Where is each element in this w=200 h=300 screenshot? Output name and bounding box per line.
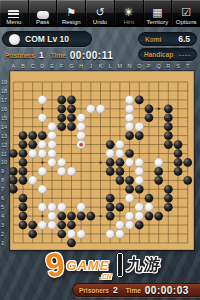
black-stone — [19, 140, 28, 149]
row-label-9: 9 — [1, 168, 4, 174]
black-stone — [164, 131, 173, 140]
black-stone — [135, 131, 144, 140]
black-stone — [125, 149, 134, 158]
black-stone — [86, 212, 95, 221]
hint-button[interactable]: ☀ Hint — [115, 0, 144, 26]
black-stone — [164, 113, 173, 122]
white-stone — [77, 230, 86, 239]
col-label-E: E — [50, 63, 54, 69]
white-stone — [145, 203, 154, 212]
black-stone — [19, 203, 28, 212]
black-stone — [57, 122, 66, 131]
row-label-12: 12 — [1, 142, 7, 148]
komi-pill: Komi 6.5 — [138, 32, 197, 46]
white-stone — [67, 230, 76, 239]
white-stone — [38, 149, 47, 158]
col-label-L: L — [109, 63, 112, 69]
white-stone — [77, 131, 86, 140]
black-stone — [28, 230, 37, 239]
white-stone — [125, 158, 134, 167]
top-player-name: COM Lv 10 — [25, 34, 69, 44]
options-button[interactable]: ☑ Options — [172, 0, 200, 26]
black-stone — [38, 131, 47, 140]
white-stone — [125, 104, 134, 113]
black-stone — [77, 212, 86, 221]
col-label-D: D — [40, 63, 44, 69]
black-stone — [164, 140, 173, 149]
top-time-value: 00:00:11 — [70, 50, 113, 61]
white-stone-icon — [9, 34, 20, 45]
white-stone — [106, 230, 115, 239]
watermark-brand: GAME — [66, 258, 109, 273]
menu-icon — [8, 10, 19, 19]
white-stone — [67, 167, 76, 176]
col-label-C: C — [31, 63, 35, 69]
black-stone — [19, 158, 28, 167]
white-stone — [135, 122, 144, 131]
bottom-prisoners-label: Prisoners — [79, 287, 109, 294]
row-label-16: 16 — [1, 106, 7, 112]
watermark-logo: 9 GAME .CN 九游 — [46, 245, 161, 285]
white-stone — [116, 140, 125, 149]
white-stone — [38, 167, 47, 176]
black-stone — [67, 113, 76, 122]
black-stone — [106, 158, 115, 167]
black-stone — [19, 212, 28, 221]
row-label-7: 7 — [1, 186, 4, 192]
black-stone — [154, 176, 163, 185]
white-stone — [77, 122, 86, 131]
white-stone — [48, 203, 57, 212]
bottom-time-label: Time — [126, 287, 141, 294]
col-label-N: N — [128, 63, 132, 69]
white-stone — [77, 203, 86, 212]
options-check-icon: ☑ — [181, 6, 191, 19]
white-stone — [38, 96, 47, 105]
black-stone — [67, 212, 76, 221]
territory-shapes-icon: ▦ — [152, 6, 162, 19]
black-stone — [116, 158, 125, 167]
resign-button[interactable]: ⚑ Resign — [57, 0, 86, 26]
lightbulb-icon: ☀ — [124, 6, 134, 19]
white-stone — [38, 203, 47, 212]
black-stone — [145, 113, 154, 122]
black-stone — [164, 185, 173, 194]
col-label-O: O — [137, 63, 141, 69]
white-stone — [116, 149, 125, 158]
top-time-label: Time — [51, 52, 66, 59]
undo-label: Undo — [93, 19, 107, 25]
handicap-label: Handicap — [144, 51, 173, 58]
white-stone — [125, 194, 134, 203]
white-stone — [96, 104, 105, 113]
pass-button[interactable]: Pass — [29, 0, 58, 26]
white-stone — [57, 158, 66, 167]
col-label-T: T — [186, 63, 189, 69]
white-stone — [135, 176, 144, 185]
white-stone — [48, 149, 57, 158]
black-stone — [57, 212, 66, 221]
row-label-13: 13 — [1, 133, 7, 139]
white-stone — [38, 185, 47, 194]
row-label-14: 14 — [1, 124, 7, 130]
white-stone — [28, 176, 37, 185]
col-label-A: A — [11, 63, 15, 69]
black-stone — [116, 167, 125, 176]
col-label-M: M — [118, 63, 123, 69]
white-stone — [48, 221, 57, 230]
col-label-H: H — [79, 63, 83, 69]
menu-button[interactable]: Menu — [0, 0, 29, 26]
black-stone — [19, 131, 28, 140]
col-label-K: K — [99, 63, 103, 69]
white-stone — [77, 113, 86, 122]
row-label-10: 10 — [1, 159, 7, 165]
bottom-time-value: 00:00:03 — [145, 285, 189, 296]
territory-button[interactable]: ▦ Territory — [144, 0, 173, 26]
black-stone — [135, 96, 144, 105]
black-stone — [106, 203, 115, 212]
white-stone — [86, 104, 95, 113]
black-stone — [174, 140, 183, 149]
white-stone — [48, 131, 57, 140]
black-stone — [116, 203, 125, 212]
white-stone — [125, 122, 134, 131]
col-label-F: F — [60, 63, 63, 69]
black-stone — [67, 122, 76, 131]
white-stone — [48, 140, 57, 149]
col-label-P: P — [147, 63, 151, 69]
white-stone — [57, 203, 66, 212]
black-stone — [28, 221, 37, 230]
black-stone — [174, 167, 183, 176]
black-stone — [57, 113, 66, 122]
go-app-screen: Menu Pass ⚑ Resign ↺ Undo ☀ Hint ▦ Terri… — [0, 0, 200, 300]
row-label-8: 8 — [1, 177, 4, 183]
row-label-2: 2 — [1, 231, 4, 237]
black-stone — [116, 176, 125, 185]
black-stone — [145, 212, 154, 221]
black-stone — [106, 167, 115, 176]
black-stone — [183, 158, 192, 167]
row-label-6: 6 — [1, 195, 4, 201]
black-stone — [106, 140, 115, 149]
black-stone — [28, 131, 37, 140]
col-label-J: J — [89, 63, 92, 69]
col-label-B: B — [21, 63, 25, 69]
col-label-G: G — [69, 63, 73, 69]
black-stone — [145, 194, 154, 203]
row-label-17: 17 — [1, 97, 7, 103]
black-stone — [19, 221, 28, 230]
white-stone — [125, 212, 134, 221]
black-stone — [106, 194, 115, 203]
black-stone — [19, 149, 28, 158]
row-label-1: 1 — [1, 240, 4, 246]
watermark-tld: .CN — [100, 273, 111, 280]
options-label: Options — [176, 19, 197, 25]
white-stone — [135, 158, 144, 167]
go-board[interactable] — [10, 71, 194, 250]
black-stone — [19, 176, 28, 185]
black-stone — [135, 185, 144, 194]
white-stone — [125, 113, 134, 122]
top-prisoners-label: Prisoners — [5, 52, 35, 59]
menu-label: Menu — [6, 19, 21, 25]
black-stone — [19, 167, 28, 176]
black-stone — [174, 158, 183, 167]
white-stone — [28, 149, 37, 158]
white-stone — [135, 212, 144, 221]
row-label-3: 3 — [1, 222, 4, 228]
black-stone — [67, 104, 76, 113]
watermark-nine: 9 — [44, 246, 67, 284]
black-stone — [164, 122, 173, 131]
black-stone — [154, 212, 163, 221]
top-stats-row: Prisoners 1 Time 00:00:11 — [5, 49, 130, 61]
black-stone — [57, 221, 66, 230]
row-label-11: 11 — [1, 151, 7, 157]
top-prisoners-value: 1 — [39, 50, 44, 60]
komi-value: 6.5 — [178, 34, 190, 44]
white-stone — [135, 203, 144, 212]
black-stone — [67, 221, 76, 230]
toolbar: Menu Pass ⚑ Resign ↺ Undo ☀ Hint ▦ Terri… — [0, 0, 200, 27]
watermark-cjk: 九游 — [126, 255, 162, 276]
black-stone — [106, 212, 115, 221]
col-label-Q: Q — [157, 63, 161, 69]
col-label-S: S — [176, 63, 180, 69]
bottom-prisoners-value: 2 — [113, 285, 118, 295]
black-stone — [19, 194, 28, 203]
white-stone — [38, 113, 47, 122]
black-stone — [57, 104, 66, 113]
bottom-player-bar: Prisoners 2 Time 00:00:03 — [72, 283, 200, 297]
watermark-divider — [118, 254, 122, 276]
white-stone — [116, 221, 125, 230]
black-stone — [57, 230, 66, 239]
white-stone — [48, 158, 57, 167]
black-stone — [164, 194, 173, 203]
white-stone — [135, 167, 144, 176]
row-label-4: 4 — [1, 213, 4, 219]
white-stone — [125, 221, 134, 230]
black-stone — [28, 140, 37, 149]
undo-button[interactable]: ↺ Undo — [86, 0, 115, 26]
flag-icon: ⚑ — [66, 6, 76, 19]
black-stone — [183, 176, 192, 185]
black-stone — [154, 167, 163, 176]
white-stone — [38, 221, 47, 230]
black-stone — [125, 176, 134, 185]
black-stone — [164, 203, 173, 212]
top-player-bar: COM Lv 10 — [2, 31, 92, 47]
black-stone — [125, 131, 134, 140]
black-stone — [135, 221, 144, 230]
white-stone — [125, 96, 134, 105]
black-stone — [145, 104, 154, 113]
black-stone — [67, 96, 76, 105]
hint-label: Hint — [123, 19, 134, 25]
black-stone — [164, 104, 173, 113]
row-label-5: 5 — [1, 204, 4, 210]
black-stone — [125, 185, 134, 194]
white-stone — [106, 149, 115, 158]
white-stone — [154, 158, 163, 167]
komi-label: Komi — [145, 36, 161, 43]
white-stone — [116, 230, 125, 239]
row-label-15: 15 — [1, 115, 7, 121]
handicap-pill: Handicap ---- — [138, 48, 197, 61]
territory-label: Territory — [147, 19, 169, 25]
undo-hand-icon: ↺ — [95, 6, 104, 19]
white-stone — [57, 167, 66, 176]
white-stone — [48, 122, 57, 131]
white-stone — [38, 140, 47, 149]
black-stone — [174, 149, 183, 158]
white-stone — [48, 212, 57, 221]
handicap-value: ---- — [179, 52, 191, 58]
row-label-18: 18 — [1, 88, 7, 94]
speech-bubble-icon — [37, 11, 49, 19]
last-move-marker — [79, 143, 82, 146]
row-label-19: 19 — [1, 79, 7, 85]
black-stone — [57, 96, 66, 105]
resign-label: Resign — [62, 19, 81, 25]
col-label-R: R — [166, 63, 170, 69]
